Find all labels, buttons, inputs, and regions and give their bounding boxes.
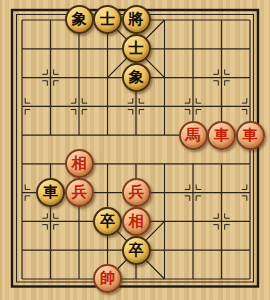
- black-soldier[interactable]: 卒: [93, 207, 122, 236]
- red-soldier[interactable]: 兵: [65, 178, 94, 207]
- black-advisor[interactable]: 士: [122, 34, 151, 63]
- xiangqi-board[interactable]: 象士將士象馬車車相車兵兵卒相卒帥: [0, 0, 270, 300]
- black-chariot[interactable]: 車: [36, 178, 65, 207]
- red-chariot[interactable]: 車: [207, 121, 236, 150]
- black-soldier[interactable]: 卒: [122, 236, 151, 265]
- red-general[interactable]: 帥: [93, 264, 122, 293]
- red-horse[interactable]: 馬: [179, 121, 208, 150]
- black-elephant[interactable]: 象: [122, 63, 151, 92]
- red-elephant[interactable]: 相: [122, 207, 151, 236]
- red-soldier[interactable]: 兵: [122, 178, 151, 207]
- piece-grid: 象士將士象馬車車相車兵兵卒相卒帥: [8, 6, 265, 294]
- red-chariot[interactable]: 車: [236, 121, 265, 150]
- red-elephant[interactable]: 相: [65, 149, 94, 178]
- black-advisor[interactable]: 士: [93, 5, 122, 34]
- black-elephant[interactable]: 象: [65, 5, 94, 34]
- black-general[interactable]: 將: [122, 5, 151, 34]
